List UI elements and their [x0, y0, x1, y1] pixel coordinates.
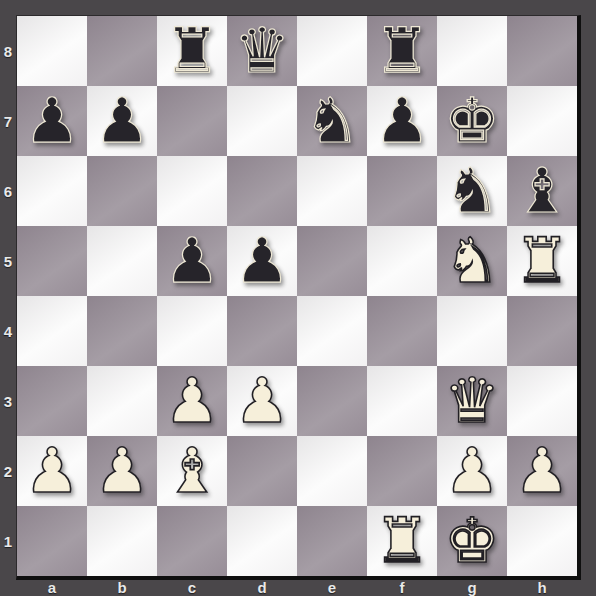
square-b5[interactable]	[87, 226, 157, 296]
piece-white-pawn-d3[interactable]: ♟	[227, 366, 297, 436]
piece-white-pawn-h2[interactable]: ♟	[507, 436, 577, 506]
piece-black-queen-d8[interactable]: ♛	[227, 16, 297, 86]
square-h5[interactable]: ♜	[507, 226, 577, 296]
square-c4[interactable]	[157, 296, 227, 366]
piece-black-pawn-d5[interactable]: ♟	[227, 226, 297, 296]
piece-black-knight-g6[interactable]: ♞	[437, 156, 507, 226]
square-c8[interactable]: ♜	[157, 16, 227, 86]
square-c3[interactable]: ♟	[157, 366, 227, 436]
square-d4[interactable]	[227, 296, 297, 366]
rank-label-6: 6	[0, 156, 16, 226]
piece-black-knight-e7[interactable]: ♞	[297, 86, 367, 156]
piece-white-knight-g5[interactable]: ♞	[437, 226, 507, 296]
square-d5[interactable]: ♟	[227, 226, 297, 296]
file-label-g: g	[437, 580, 507, 596]
rank-label-4: 4	[0, 296, 16, 366]
rank-label-2: 2	[0, 436, 16, 506]
square-h3[interactable]	[507, 366, 577, 436]
piece-white-pawn-a2[interactable]: ♟	[17, 436, 87, 506]
square-d1[interactable]	[227, 506, 297, 576]
square-b2[interactable]: ♟	[87, 436, 157, 506]
square-f2[interactable]	[367, 436, 437, 506]
square-f5[interactable]	[367, 226, 437, 296]
piece-black-king-g7[interactable]: ♚	[437, 86, 507, 156]
piece-white-bishop-c2[interactable]: ♝	[157, 436, 227, 506]
piece-white-queen-g3[interactable]: ♛	[437, 366, 507, 436]
square-a2[interactable]: ♟	[17, 436, 87, 506]
square-h2[interactable]: ♟	[507, 436, 577, 506]
piece-white-king-g1[interactable]: ♚	[437, 506, 507, 576]
square-f6[interactable]	[367, 156, 437, 226]
file-label-f: f	[367, 580, 437, 596]
square-b4[interactable]	[87, 296, 157, 366]
square-g1[interactable]: ♚	[437, 506, 507, 576]
square-e8[interactable]	[297, 16, 367, 86]
square-g4[interactable]	[437, 296, 507, 366]
square-b1[interactable]	[87, 506, 157, 576]
chess-diagram: ♜♛♜♟♟♞♟♚♞♝♟♟♞♜♟♟♛♟♟♝♟♟♜♚ 87654321abcdefg…	[0, 0, 596, 596]
square-a7[interactable]: ♟	[17, 86, 87, 156]
square-d8[interactable]: ♛	[227, 16, 297, 86]
square-h7[interactable]	[507, 86, 577, 156]
square-g5[interactable]: ♞	[437, 226, 507, 296]
square-a3[interactable]	[17, 366, 87, 436]
file-label-h: h	[507, 580, 577, 596]
square-f4[interactable]	[367, 296, 437, 366]
square-f3[interactable]	[367, 366, 437, 436]
square-g6[interactable]: ♞	[437, 156, 507, 226]
square-g8[interactable]	[437, 16, 507, 86]
square-f8[interactable]: ♜	[367, 16, 437, 86]
square-e6[interactable]	[297, 156, 367, 226]
square-e3[interactable]	[297, 366, 367, 436]
square-h4[interactable]	[507, 296, 577, 366]
piece-white-pawn-g2[interactable]: ♟	[437, 436, 507, 506]
square-g7[interactable]: ♚	[437, 86, 507, 156]
square-a4[interactable]	[17, 296, 87, 366]
square-h8[interactable]	[507, 16, 577, 86]
square-h1[interactable]	[507, 506, 577, 576]
piece-black-bishop-h6[interactable]: ♝	[507, 156, 577, 226]
square-e2[interactable]	[297, 436, 367, 506]
square-a8[interactable]	[17, 16, 87, 86]
piece-white-rook-f1[interactable]: ♜	[367, 506, 437, 576]
square-h6[interactable]: ♝	[507, 156, 577, 226]
piece-white-rook-h5[interactable]: ♜	[507, 226, 577, 296]
piece-black-pawn-a7[interactable]: ♟	[17, 86, 87, 156]
square-b8[interactable]	[87, 16, 157, 86]
square-a5[interactable]	[17, 226, 87, 296]
piece-black-pawn-f7[interactable]: ♟	[367, 86, 437, 156]
piece-black-pawn-c5[interactable]: ♟	[157, 226, 227, 296]
square-a1[interactable]	[17, 506, 87, 576]
square-e7[interactable]: ♞	[297, 86, 367, 156]
piece-black-rook-c8[interactable]: ♜	[157, 16, 227, 86]
rank-label-8: 8	[0, 16, 16, 86]
square-b7[interactable]: ♟	[87, 86, 157, 156]
file-label-d: d	[227, 580, 297, 596]
square-f7[interactable]: ♟	[367, 86, 437, 156]
square-e4[interactable]	[297, 296, 367, 366]
piece-black-pawn-b7[interactable]: ♟	[87, 86, 157, 156]
square-c5[interactable]: ♟	[157, 226, 227, 296]
file-label-b: b	[87, 580, 157, 596]
file-label-a: a	[17, 580, 87, 596]
chess-board: ♜♛♜♟♟♞♟♚♞♝♟♟♞♜♟♟♛♟♟♝♟♟♜♚	[16, 15, 581, 580]
square-c6[interactable]	[157, 156, 227, 226]
file-label-e: e	[297, 580, 367, 596]
square-d3[interactable]: ♟	[227, 366, 297, 436]
square-b6[interactable]	[87, 156, 157, 226]
square-c7[interactable]	[157, 86, 227, 156]
file-label-c: c	[157, 580, 227, 596]
square-a6[interactable]	[17, 156, 87, 226]
piece-white-pawn-b2[interactable]: ♟	[87, 436, 157, 506]
square-c1[interactable]	[157, 506, 227, 576]
square-d2[interactable]	[227, 436, 297, 506]
piece-white-pawn-c3[interactable]: ♟	[157, 366, 227, 436]
square-c2[interactable]: ♝	[157, 436, 227, 506]
square-e5[interactable]	[297, 226, 367, 296]
square-f1[interactable]: ♜	[367, 506, 437, 576]
square-b3[interactable]	[87, 366, 157, 436]
rank-label-5: 5	[0, 226, 16, 296]
square-g2[interactable]: ♟	[437, 436, 507, 506]
square-g3[interactable]: ♛	[437, 366, 507, 436]
square-e1[interactable]	[297, 506, 367, 576]
rank-label-7: 7	[0, 86, 16, 156]
rank-label-1: 1	[0, 506, 16, 576]
rank-label-3: 3	[0, 366, 16, 436]
square-d6[interactable]	[227, 156, 297, 226]
square-d7[interactable]	[227, 86, 297, 156]
piece-black-rook-f8[interactable]: ♜	[367, 16, 437, 86]
